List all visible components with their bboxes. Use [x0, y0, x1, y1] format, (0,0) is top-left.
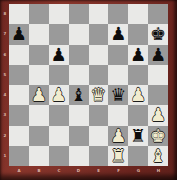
rank-label-text: 1: [3, 154, 6, 158]
square-b5[interactable]: [29, 65, 49, 85]
square-h4[interactable]: [148, 85, 168, 105]
square-h6[interactable]: ♟: [148, 45, 168, 65]
rank-label-text: 6: [3, 53, 6, 57]
square-h7[interactable]: ♚: [148, 24, 168, 44]
square-b1[interactable]: [29, 146, 49, 166]
rank-label-5: 5: [0, 65, 9, 85]
square-a5[interactable]: [9, 65, 29, 85]
square-b2[interactable]: [29, 126, 49, 146]
piece-black-pawn[interactable]: ♟: [150, 46, 166, 64]
square-c7[interactable]: [49, 24, 69, 44]
square-a4[interactable]: [9, 85, 29, 105]
chessboard-frame: ♟♟♚♟♟♟♟♟♝♛♛♟♟♟♜♚♜♝ 87654321 ABCDEFGH: [0, 0, 177, 180]
rank-label-text: 5: [3, 73, 6, 77]
square-c3[interactable]: [49, 105, 69, 125]
rank-label-1: 1: [0, 146, 9, 166]
square-d3[interactable]: [69, 105, 89, 125]
rank-label-text: 2: [3, 134, 6, 138]
square-h5[interactable]: [148, 65, 168, 85]
square-a3[interactable]: [9, 105, 29, 125]
square-e4[interactable]: ♛: [89, 85, 109, 105]
square-a1[interactable]: [9, 146, 29, 166]
piece-black-king[interactable]: ♚: [150, 25, 166, 43]
file-label-b: B: [29, 166, 49, 175]
rank-label-3: 3: [0, 105, 9, 125]
file-label-text: D: [77, 169, 80, 173]
file-label-f: F: [108, 166, 128, 175]
piece-white-pawn[interactable]: ♟: [51, 86, 67, 104]
square-d8[interactable]: [69, 4, 89, 24]
file-label-g: G: [128, 166, 148, 175]
rank-label-text: 4: [3, 93, 6, 97]
square-c2[interactable]: [49, 126, 69, 146]
rank-label-text: 7: [3, 32, 6, 36]
rank-label-7: 7: [0, 24, 9, 44]
rank-label-text: 8: [3, 12, 6, 16]
rank-label-2: 2: [0, 126, 9, 146]
piece-black-pawn[interactable]: ♟: [110, 25, 126, 43]
piece-white-pawn[interactable]: ♟: [110, 127, 126, 145]
piece-white-pawn[interactable]: ♟: [130, 86, 146, 104]
square-a6[interactable]: [9, 45, 29, 65]
square-f4[interactable]: ♛: [108, 85, 128, 105]
file-label-h: H: [148, 166, 168, 175]
square-e6[interactable]: [89, 45, 109, 65]
piece-black-rook[interactable]: ♜: [130, 127, 146, 145]
square-e2[interactable]: [89, 126, 109, 146]
square-d5[interactable]: [69, 65, 89, 85]
square-f8[interactable]: [108, 4, 128, 24]
file-label-text: F: [117, 169, 120, 173]
square-b3[interactable]: [29, 105, 49, 125]
file-label-text: A: [17, 169, 20, 173]
square-f5[interactable]: [108, 65, 128, 85]
piece-white-bishop[interactable]: ♝: [150, 147, 166, 165]
piece-white-queen[interactable]: ♛: [90, 86, 106, 104]
square-c6[interactable]: ♟: [49, 45, 69, 65]
square-h8[interactable]: [148, 4, 168, 24]
chessboard: ♟♟♚♟♟♟♟♟♝♛♛♟♟♟♜♚♜♝: [9, 4, 168, 166]
file-label-text: E: [97, 169, 100, 173]
square-g2[interactable]: ♜: [128, 126, 148, 146]
piece-white-pawn[interactable]: ♟: [150, 106, 166, 124]
square-b7[interactable]: [29, 24, 49, 44]
square-d6[interactable]: [69, 45, 89, 65]
file-label-text: G: [137, 169, 140, 173]
square-d2[interactable]: [69, 126, 89, 146]
square-f6[interactable]: [108, 45, 128, 65]
square-e1[interactable]: [89, 146, 109, 166]
file-label-a: A: [9, 166, 29, 175]
piece-white-pawn[interactable]: ♟: [31, 86, 47, 104]
piece-white-rook[interactable]: ♜: [110, 147, 126, 165]
square-h3[interactable]: ♟: [148, 105, 168, 125]
square-c5[interactable]: [49, 65, 69, 85]
file-label-d: D: [69, 166, 89, 175]
rank-label-text: 3: [3, 113, 6, 117]
piece-white-king[interactable]: ♚: [150, 127, 166, 145]
square-e7[interactable]: [89, 24, 109, 44]
square-g5[interactable]: [128, 65, 148, 85]
square-b6[interactable]: [29, 45, 49, 65]
square-e5[interactable]: [89, 65, 109, 85]
rank-label-6: 6: [0, 45, 9, 65]
square-e3[interactable]: [89, 105, 109, 125]
square-g7[interactable]: [128, 24, 148, 44]
piece-black-pawn[interactable]: ♟: [130, 46, 146, 64]
square-f3[interactable]: [108, 105, 128, 125]
square-c1[interactable]: [49, 146, 69, 166]
square-f1[interactable]: ♜: [108, 146, 128, 166]
square-g4[interactable]: ♟: [128, 85, 148, 105]
file-label-text: H: [156, 169, 159, 173]
square-d7[interactable]: [69, 24, 89, 44]
square-d1[interactable]: [69, 146, 89, 166]
piece-black-bishop[interactable]: ♝: [70, 86, 86, 104]
square-h2[interactable]: ♚: [148, 126, 168, 146]
square-a2[interactable]: [9, 126, 29, 146]
square-d4[interactable]: ♝: [69, 85, 89, 105]
file-label-e: E: [89, 166, 109, 175]
file-label-text: C: [57, 169, 60, 173]
square-e8[interactable]: [89, 4, 109, 24]
rank-label-8: 8: [0, 4, 9, 24]
square-g3[interactable]: [128, 105, 148, 125]
square-b4[interactable]: ♟: [29, 85, 49, 105]
square-c4[interactable]: ♟: [49, 85, 69, 105]
piece-black-queen[interactable]: ♛: [110, 86, 126, 104]
square-g8[interactable]: [128, 4, 148, 24]
square-h1[interactable]: ♝: [148, 146, 168, 166]
square-f7[interactable]: ♟: [108, 24, 128, 44]
piece-black-pawn[interactable]: ♟: [51, 46, 67, 64]
square-g1[interactable]: [128, 146, 148, 166]
file-label-c: C: [49, 166, 69, 175]
piece-black-pawn[interactable]: ♟: [11, 25, 27, 43]
square-b8[interactable]: [29, 4, 49, 24]
square-c8[interactable]: [49, 4, 69, 24]
square-a8[interactable]: [9, 4, 29, 24]
square-f2[interactable]: ♟: [108, 126, 128, 146]
rank-label-4: 4: [0, 85, 9, 105]
file-label-text: B: [37, 169, 40, 173]
square-a7[interactable]: ♟: [9, 24, 29, 44]
square-g6[interactable]: ♟: [128, 45, 148, 65]
